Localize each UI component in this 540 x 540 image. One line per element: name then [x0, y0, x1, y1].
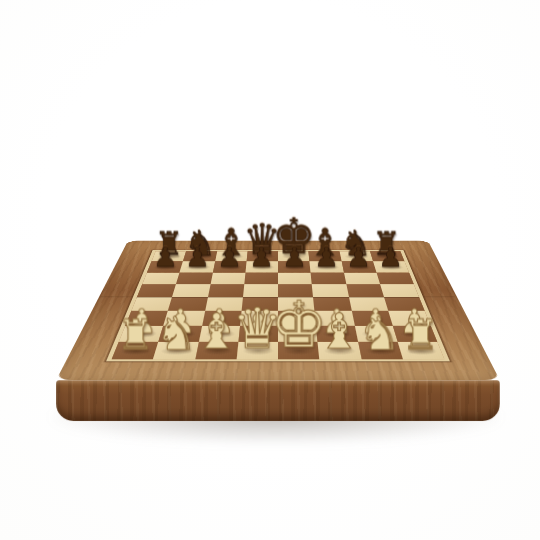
square-g3: [351, 311, 392, 326]
square-d2: ♟: [238, 326, 278, 342]
square-g2: ♟: [354, 326, 397, 342]
square-f1: ♝: [318, 342, 361, 360]
piece-shadow: [152, 264, 180, 270]
piece-white-pawn-b2: ♟: [136, 307, 225, 339]
square-f6: [311, 272, 346, 284]
square-e3: [278, 311, 316, 326]
piece-shadow: [363, 346, 398, 355]
piece-shadow: [184, 264, 211, 270]
piece-shadow: [374, 254, 401, 259]
square-c1: ♝: [195, 342, 238, 360]
photo-scene: ♜♞♝♛♚♝♞♜♟♟♟♟♟♟♟♟♟♟♟♟♟♟♟♟♜♞♝♛♚♝♞♜: [0, 0, 540, 540]
piece-shadow: [118, 346, 154, 355]
square-d8: ♛: [246, 251, 278, 261]
square-d3: [240, 311, 278, 326]
piece-shadow: [323, 346, 357, 355]
piece-shadow: [156, 254, 183, 259]
square-g6: [344, 272, 380, 284]
square-c6: [210, 272, 245, 284]
square-e5: [278, 284, 313, 297]
square-f2: ♟: [316, 326, 357, 342]
square-h5: [380, 284, 419, 297]
square-d1: ♛: [236, 342, 278, 360]
square-a3: [125, 311, 168, 326]
square-h2: ♟: [392, 326, 437, 342]
square-e1: ♚: [278, 342, 320, 360]
piece-shadow: [360, 330, 393, 338]
piece-shadow: [204, 330, 236, 338]
square-h6: [376, 272, 414, 284]
square-e4: [278, 297, 315, 311]
square-h7: ♟: [373, 261, 409, 272]
square-b5: [172, 284, 210, 297]
piece-shadow: [164, 330, 197, 338]
square-h8: ♜: [370, 251, 405, 261]
square-e8: ♚: [278, 251, 310, 261]
square-b2: ♟: [159, 326, 202, 342]
square-d6: [244, 272, 278, 284]
square-f8: ♝: [309, 251, 342, 261]
square-d4: [241, 297, 278, 311]
square-b1: ♞: [153, 342, 198, 360]
square-h4: [384, 297, 425, 311]
board-front-edge: [56, 380, 500, 421]
square-c4: [205, 297, 243, 311]
square-f7: ♟: [310, 261, 344, 272]
square-a1: ♜: [112, 342, 159, 360]
board-grid: ♜♞♝♛♚♝♞♜♟♟♟♟♟♟♟♟♟♟♟♟♟♟♟♟♜♞♝♛♚♝♞♜: [106, 250, 450, 361]
square-c2: ♟: [198, 326, 239, 342]
piece-white-pawn-e2: ♟: [253, 307, 342, 339]
piece-shadow: [378, 264, 406, 270]
piece-shadow: [314, 264, 341, 270]
piece-shadow: [398, 330, 432, 338]
piece-shadow: [249, 264, 275, 270]
square-d7: ♟: [245, 261, 278, 272]
piece-shadow: [201, 346, 235, 355]
square-b3: [164, 311, 205, 326]
piece-shadow: [242, 346, 275, 355]
square-b7: ♟: [180, 261, 215, 272]
board-frame: ♜♞♝♛♚♝♞♜♟♟♟♟♟♟♟♟♟♟♟♟♟♟♟♟♜♞♝♛♚♝♞♜: [56, 241, 500, 380]
square-e2: ♟: [278, 326, 318, 342]
square-g7: ♟: [341, 261, 376, 272]
piece-shadow: [282, 254, 307, 259]
square-a4: [131, 297, 172, 311]
piece-white-pawn-f2: ♟: [292, 307, 381, 339]
piece-white-pawn-h2: ♟: [370, 307, 459, 339]
square-e6: [278, 272, 312, 284]
piece-shadow: [219, 254, 245, 259]
square-g5: [346, 284, 384, 297]
square-c7: ♟: [212, 261, 246, 272]
piece-white-pawn-g2: ♟: [331, 307, 420, 339]
square-b4: [168, 297, 207, 311]
square-a6: [142, 272, 180, 284]
piece-shadow: [283, 346, 316, 355]
square-d5: [243, 284, 278, 297]
piece-shadow: [346, 264, 373, 270]
piece-white-pawn-a2: ♟: [97, 307, 186, 339]
piece-shadow: [404, 346, 440, 355]
square-b8: ♞: [183, 251, 217, 261]
square-b6: [176, 272, 212, 284]
piece-shadow: [321, 330, 353, 338]
piece-white-pawn-c2: ♟: [175, 307, 264, 339]
square-c5: [208, 284, 245, 297]
square-g8: ♞: [339, 251, 373, 261]
piece-shadow: [283, 330, 315, 338]
square-c8: ♝: [215, 251, 248, 261]
product-photo-stage: ♜♞♝♛♚♝♞♜♟♟♟♟♟♟♟♟♟♟♟♟♟♟♟♟♜♞♝♛♚♝♞♜: [0, 0, 540, 540]
piece-shadow: [250, 254, 275, 259]
square-f5: [312, 284, 349, 297]
square-f3: [315, 311, 355, 326]
square-a8: ♜: [151, 251, 186, 261]
piece-shadow: [188, 254, 214, 259]
piece-shadow: [282, 264, 308, 270]
square-g4: [349, 297, 388, 311]
square-a2: ♟: [119, 326, 164, 342]
piece-shadow: [159, 346, 194, 355]
piece-shadow: [217, 264, 244, 270]
chess-board: ♜♞♝♛♚♝♞♜♟♟♟♟♟♟♟♟♟♟♟♟♟♟♟♟♜♞♝♛♚♝♞♜: [56, 241, 500, 380]
piece-shadow: [125, 330, 159, 338]
square-a7: ♟: [147, 261, 183, 272]
square-h1: ♜: [397, 342, 444, 360]
square-c3: [202, 311, 242, 326]
square-e7: ♟: [278, 261, 311, 272]
piece-white-queen-d1: ♛: [211, 302, 304, 355]
piece-shadow: [313, 254, 339, 259]
square-h3: [388, 311, 431, 326]
piece-white-pawn-d2: ♟: [214, 307, 303, 339]
piece-shadow: [343, 254, 369, 259]
square-f4: [313, 297, 351, 311]
square-g1: ♞: [358, 342, 403, 360]
square-a5: [137, 284, 176, 297]
piece-shadow: [243, 330, 275, 338]
